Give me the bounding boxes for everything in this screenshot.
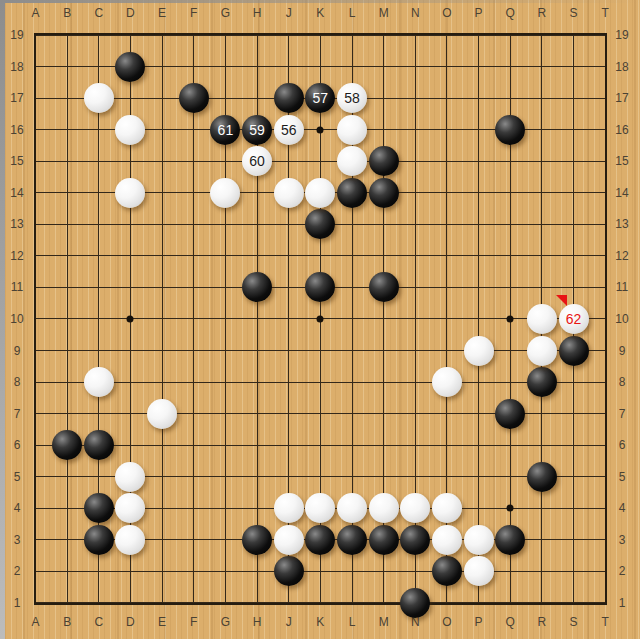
coord-label-left: 8	[14, 375, 21, 389]
coord-label-left: 7	[14, 407, 21, 421]
stone-white-j4	[274, 493, 304, 523]
coord-label-bottom: P	[475, 615, 483, 629]
board-surface[interactable]: AABBCCDDEEFFGGHHJJKKLLMMNNOOPPQQRRSSTT19…	[0, 0, 640, 639]
stone-black-j17	[274, 83, 304, 113]
stone-black-h16: 59	[242, 115, 272, 145]
star-point	[317, 315, 324, 322]
coord-label-left: 19	[10, 28, 23, 42]
stone-black-n3	[400, 525, 430, 555]
stone-black-q3	[495, 525, 525, 555]
stone-white-d4	[115, 493, 145, 523]
coord-label-top: T	[602, 6, 609, 20]
move-number: 60	[242, 146, 272, 176]
stone-white-j14	[274, 178, 304, 208]
stone-black-q7	[495, 399, 525, 429]
stone-white-r9	[527, 336, 557, 366]
move-number: 56	[274, 115, 304, 145]
stone-white-j16: 56	[274, 115, 304, 145]
coord-label-top: O	[442, 6, 451, 20]
coord-label-top: N	[411, 6, 420, 20]
coord-label-left: 16	[10, 123, 23, 137]
stone-white-e7	[147, 399, 177, 429]
stone-white-m4	[369, 493, 399, 523]
stone-black-l3	[337, 525, 367, 555]
coord-label-bottom: J	[286, 615, 292, 629]
window-edge-top	[0, 0, 640, 3]
coord-label-bottom: T	[602, 615, 609, 629]
coord-label-left: 15	[10, 154, 23, 168]
stone-white-d14	[115, 178, 145, 208]
stone-black-h11	[242, 272, 272, 302]
star-point	[507, 315, 514, 322]
coord-label-bottom: M	[379, 615, 389, 629]
stone-white-n4	[400, 493, 430, 523]
coord-label-left: 6	[14, 438, 21, 452]
stone-white-r10	[527, 304, 557, 334]
coord-label-bottom: E	[158, 615, 166, 629]
coord-label-top: P	[475, 6, 483, 20]
coord-label-left: 17	[10, 91, 23, 105]
stone-black-o2	[432, 556, 462, 586]
coord-label-right: 14	[615, 186, 628, 200]
stone-black-f17	[179, 83, 209, 113]
coord-label-right: 5	[619, 470, 626, 484]
coord-label-top: G	[221, 6, 230, 20]
stone-white-o8	[432, 367, 462, 397]
coord-label-right: 2	[619, 564, 626, 578]
coord-label-top: R	[538, 6, 547, 20]
coord-label-top: J	[286, 6, 292, 20]
stone-black-c6	[84, 430, 114, 460]
window-edge-left	[0, 0, 5, 639]
stone-white-g14	[210, 178, 240, 208]
coord-label-top: H	[253, 6, 262, 20]
coord-label-right: 6	[619, 438, 626, 452]
stone-white-p3	[464, 525, 494, 555]
coord-label-bottom: R	[538, 615, 547, 629]
coord-label-left: 13	[10, 217, 23, 231]
stone-white-l17: 58	[337, 83, 367, 113]
coord-label-bottom: K	[316, 615, 324, 629]
coord-label-left: 3	[14, 533, 21, 547]
coord-label-left: 18	[10, 60, 23, 74]
stone-black-c3	[84, 525, 114, 555]
coord-label-top: L	[349, 6, 356, 20]
stone-white-k4	[305, 493, 335, 523]
stone-white-c8	[84, 367, 114, 397]
stone-black-d18	[115, 52, 145, 82]
stone-white-p9	[464, 336, 494, 366]
stone-black-s9	[559, 336, 589, 366]
stone-black-k3	[305, 525, 335, 555]
coord-label-right: 1	[619, 596, 626, 610]
coord-label-bottom: B	[63, 615, 71, 629]
coord-label-top: E	[158, 6, 166, 20]
move-number: 59	[242, 115, 272, 145]
stone-white-l15	[337, 146, 367, 176]
move-number: 62	[559, 304, 589, 334]
coord-label-top: F	[190, 6, 197, 20]
coord-label-right: 7	[619, 407, 626, 421]
coord-label-left: 10	[10, 312, 23, 326]
coord-label-right: 12	[615, 249, 628, 263]
coord-label-bottom: D	[126, 615, 135, 629]
stone-black-j2	[274, 556, 304, 586]
coord-label-left: 5	[14, 470, 21, 484]
coord-label-right: 18	[615, 60, 628, 74]
stone-black-m3	[369, 525, 399, 555]
coord-label-bottom: C	[94, 615, 103, 629]
coord-label-bottom: H	[253, 615, 262, 629]
stone-white-s10: 62	[559, 304, 589, 334]
coord-label-right: 17	[615, 91, 628, 105]
coord-label-top: S	[570, 6, 578, 20]
stone-black-h3	[242, 525, 272, 555]
stone-black-k11	[305, 272, 335, 302]
stone-black-r8	[527, 367, 557, 397]
stone-black-k13	[305, 209, 335, 239]
stone-black-k17: 57	[305, 83, 335, 113]
stone-white-j3	[274, 525, 304, 555]
go-board: AABBCCDDEEFFGGHHJJKKLLMMNNOOPPQQRRSSTT19…	[0, 0, 640, 639]
stone-black-r5	[527, 462, 557, 492]
stone-white-k14	[305, 178, 335, 208]
coord-label-top: Q	[506, 6, 515, 20]
move-number: 58	[337, 83, 367, 113]
coord-label-right: 3	[619, 533, 626, 547]
coord-label-bottom: L	[349, 615, 356, 629]
stone-white-h15: 60	[242, 146, 272, 176]
move-number: 61	[210, 115, 240, 145]
coord-label-top: C	[94, 6, 103, 20]
stone-white-d3	[115, 525, 145, 555]
coord-label-left: 14	[10, 186, 23, 200]
stone-white-d16	[115, 115, 145, 145]
stone-black-b6	[52, 430, 82, 460]
stone-white-o3	[432, 525, 462, 555]
stone-black-n1	[400, 588, 430, 618]
coord-label-right: 10	[615, 312, 628, 326]
stone-white-o4	[432, 493, 462, 523]
coord-label-right: 19	[615, 28, 628, 42]
coord-label-bottom: O	[442, 615, 451, 629]
star-point	[127, 315, 134, 322]
stone-black-l14	[337, 178, 367, 208]
coord-label-left: 4	[14, 501, 21, 515]
coord-label-left: 9	[14, 344, 21, 358]
star-point	[317, 126, 324, 133]
stone-black-m11	[369, 272, 399, 302]
stone-white-d5	[115, 462, 145, 492]
coord-label-top: K	[316, 6, 324, 20]
stone-white-l4	[337, 493, 367, 523]
stone-black-m15	[369, 146, 399, 176]
stone-white-p2	[464, 556, 494, 586]
coord-label-top: M	[379, 6, 389, 20]
coord-label-right: 9	[619, 344, 626, 358]
coord-label-right: 11	[616, 280, 628, 294]
stone-black-m14	[369, 178, 399, 208]
coord-label-bottom: Q	[506, 615, 515, 629]
coord-label-top: D	[126, 6, 135, 20]
coord-label-top: A	[31, 6, 39, 20]
coord-label-bottom: G	[221, 615, 230, 629]
coord-label-right: 16	[615, 123, 628, 137]
last-move-triangle-icon	[556, 295, 567, 306]
stone-black-c4	[84, 493, 114, 523]
coord-label-bottom: S	[570, 615, 578, 629]
coord-label-bottom: F	[190, 615, 197, 629]
coord-label-left: 1	[14, 596, 21, 610]
stone-white-l16	[337, 115, 367, 145]
coord-label-left: 2	[14, 564, 21, 578]
star-point	[507, 505, 514, 512]
coord-label-right: 13	[615, 217, 628, 231]
stone-black-g16: 61	[210, 115, 240, 145]
coord-label-right: 15	[615, 154, 628, 168]
coord-label-left: 11	[11, 280, 23, 294]
stone-black-q16	[495, 115, 525, 145]
coord-label-right: 8	[619, 375, 626, 389]
stone-white-c17	[84, 83, 114, 113]
coord-label-top: B	[63, 6, 71, 20]
move-number: 57	[305, 83, 335, 113]
coord-label-left: 12	[10, 249, 23, 263]
coord-label-bottom: A	[31, 615, 39, 629]
coord-label-right: 4	[619, 501, 626, 515]
